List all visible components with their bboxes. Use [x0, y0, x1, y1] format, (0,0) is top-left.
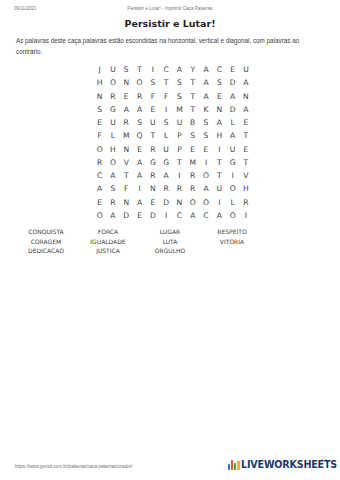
print-header: 09/11/2021 Persistir e Lutar! - Imprimir… — [14, 6, 326, 14]
grid-cell-letter: O — [186, 196, 199, 209]
grid-cell-letter: L — [226, 116, 239, 129]
grid-cell-letter: A — [93, 182, 106, 195]
grid-cell-letter: A — [199, 63, 212, 76]
grid-cell-letter: P — [173, 129, 186, 142]
grid-cell-letter: A — [106, 169, 119, 182]
grid-cell-letter: R — [106, 90, 119, 103]
grid-cell-letter: A — [120, 103, 133, 116]
grid-cell-letter: I — [133, 182, 146, 195]
grid-cell-letter: R — [146, 143, 159, 156]
grid-cell-letter: S — [199, 129, 212, 142]
source-url: https://www.geniol.com.br/palavras/caca-… — [15, 464, 132, 469]
word-bank-item: LUTA — [139, 238, 201, 245]
grid-cell-letter: S — [120, 63, 133, 76]
liveworksheets-logo: LIVEWORKSHEETS — [228, 459, 337, 470]
grid-cell-letter: E — [213, 90, 226, 103]
grid-cell-letter: R — [93, 156, 106, 169]
grid-cell-letter: O — [226, 182, 239, 195]
print-document-title: Persistir e Lutar! - Imprimir Caça Palav… — [14, 6, 326, 11]
word-bank-item: VITORIA — [201, 238, 263, 245]
grid-cell-letter: U — [213, 182, 226, 195]
grid-cell-letter: E — [146, 103, 159, 116]
grid-cell-letter: C — [93, 169, 106, 182]
word-bank: CONQUISTAFORCALUGARRESPEITOCORAGEMIGUALD… — [15, 228, 263, 254]
grid-cell-letter: E — [239, 143, 252, 156]
grid-cell-letter: T — [159, 76, 172, 89]
grid-cell-letter: A — [186, 209, 199, 222]
grid-cell-letter: U — [159, 143, 172, 156]
grid-cell-letter: U — [106, 63, 119, 76]
grid-cell-letter: G — [159, 156, 172, 169]
grid-cell-letter: R — [159, 182, 172, 195]
grid-cell-letter: O — [133, 76, 146, 89]
grid-cell-letter: S — [93, 103, 106, 116]
grid-cell-letter: A — [199, 76, 212, 89]
grid-cell-letter: C — [199, 209, 212, 222]
grid-cell-letter: I — [226, 169, 239, 182]
grid-cell-letter: A — [199, 182, 212, 195]
grid-cell-letter: G — [106, 103, 119, 116]
grid-cell-letter: T — [173, 156, 186, 169]
grid-cell-letter: S — [186, 129, 199, 142]
grid-cell-letter: I — [213, 143, 226, 156]
grid-cell-letter: A — [133, 156, 146, 169]
grid-cell-letter: V — [239, 169, 252, 182]
grid-cell-letter: U — [106, 116, 119, 129]
grid-cell-letter: O — [226, 209, 239, 222]
grid-cell-letter: T — [146, 129, 159, 142]
grid-cell-letter: E — [93, 196, 106, 209]
instructions-line: contrário. — [16, 46, 328, 57]
grid-cell-letter: C — [173, 209, 186, 222]
worksheet-page: 09/11/2021 Persistir e Lutar! - Imprimir… — [0, 0, 340, 480]
word-bank-item: LUGAR — [139, 228, 201, 235]
grid-cell-letter: I — [239, 209, 252, 222]
grid-cell-letter: L — [226, 196, 239, 209]
grid-cell-letter: H — [213, 129, 226, 142]
grid-cell-letter: T — [186, 76, 199, 89]
word-bank-item: JUSTICA — [77, 247, 139, 254]
word-bank-item: IGUALDADE — [77, 238, 139, 245]
grid-cell-letter: N — [173, 196, 186, 209]
grid-cell-letter: E — [146, 196, 159, 209]
grid-cell-letter: N — [120, 143, 133, 156]
word-bank-item: FORCA — [77, 228, 139, 235]
grid-cell-letter: R — [106, 196, 119, 209]
grid-cell-letter: N — [120, 76, 133, 89]
grid-cell-letter: T — [239, 129, 252, 142]
grid-cell-letter: C — [159, 63, 172, 76]
grid-cell-letter: O — [106, 76, 119, 89]
grid-cell-letter: R — [133, 90, 146, 103]
grid-cell-letter: A — [199, 90, 212, 103]
word-bank-item: RESPEITO — [201, 228, 263, 235]
grid-cell-letter: H — [106, 143, 119, 156]
grid-cell-letter: I — [159, 209, 172, 222]
grid-cell-letter: T — [120, 169, 133, 182]
grid-cell-letter: R — [173, 182, 186, 195]
grid-cell-letter: D — [226, 103, 239, 116]
grid-cell-letter: R — [186, 182, 199, 195]
grid-cell-letter: M — [186, 156, 199, 169]
grid-cell-letter: E — [226, 63, 239, 76]
grid-cell-letter: T — [213, 169, 226, 182]
grid-cell-letter: R — [120, 116, 133, 129]
grid-cell-letter: R — [239, 196, 252, 209]
grid-cell-letter: M — [173, 103, 186, 116]
grid-cell-letter: Q — [133, 129, 146, 142]
grid-cell-letter: E — [133, 143, 146, 156]
grid-cell-letter: A — [106, 209, 119, 222]
grid-cell-letter: P — [173, 143, 186, 156]
grid-cell-letter: A — [213, 209, 226, 222]
grid-cell-letter: R — [146, 169, 159, 182]
grid-cell-letter: S — [173, 90, 186, 103]
grid-cell-letter: A — [226, 129, 239, 142]
grid-cell-letter: O — [199, 169, 212, 182]
word-bank-item: CONQUISTA — [15, 228, 77, 235]
grid-cell-letter: U — [173, 116, 186, 129]
grid-cell-letter: L — [106, 129, 119, 142]
grid-cell-letter: T — [186, 103, 199, 116]
bar-chart-icon — [228, 460, 240, 470]
grid-cell-letter: J — [93, 63, 106, 76]
grid-cell-letter: S — [199, 116, 212, 129]
grid-cell-letter: N — [146, 182, 159, 195]
grid-cell-letter: E — [133, 209, 146, 222]
word-bank-item: ORGULHO — [139, 247, 201, 254]
grid-cell-letter: U — [226, 143, 239, 156]
grid-cell-letter: O — [93, 209, 106, 222]
grid-cell-letter: V — [120, 156, 133, 169]
grid-cell-letter: A — [239, 103, 252, 116]
grid-cell-letter: S — [159, 116, 172, 129]
grid-cell-letter: L — [159, 129, 172, 142]
grid-cell-letter: S — [106, 182, 119, 195]
grid-cell-letter: S — [133, 116, 146, 129]
grid-cell-letter: I — [213, 196, 226, 209]
grid-cell-letter: Y — [186, 63, 199, 76]
grid-cell-letter: A — [133, 196, 146, 209]
grid-cell-letter: B — [186, 116, 199, 129]
grid-cell-letter: D — [120, 209, 133, 222]
grid-cell-letter: A — [239, 76, 252, 89]
grid-cell-letter: N — [213, 103, 226, 116]
instructions-line: As palavras deste caça palavras estão es… — [16, 35, 328, 46]
grid-cell-letter: N — [239, 90, 252, 103]
grid-cell-letter: S — [213, 76, 226, 89]
grid-cell-letter: N — [120, 196, 133, 209]
grid-cell-letter: I — [146, 63, 159, 76]
grid-cell-letter: F — [93, 129, 106, 142]
grid-cell-letter: E — [120, 90, 133, 103]
grid-cell-letter: D — [146, 209, 159, 222]
grid-cell-letter: F — [120, 182, 133, 195]
grid-cell-letter: G — [146, 156, 159, 169]
grid-cell-letter: F — [159, 90, 172, 103]
grid-cell-letter: T — [133, 63, 146, 76]
word-bank-item: DEDICACAO — [15, 247, 77, 254]
grid-cell-letter: U — [146, 116, 159, 129]
grid-cell-letter: S — [146, 76, 159, 89]
instructions: As palavras deste caça palavras estão es… — [16, 35, 328, 57]
grid-cell-letter: E — [93, 116, 106, 129]
page-title: Persistir e Lutar! — [0, 18, 340, 29]
grid-cell-letter: N — [93, 90, 106, 103]
grid-cell-letter: I — [199, 156, 212, 169]
grid-cell-letter: E — [186, 143, 199, 156]
grid-cell-letter: D — [226, 76, 239, 89]
grid-cell-letter: H — [93, 76, 106, 89]
grid-cell-letter: M — [120, 129, 133, 142]
grid-cell-letter: A — [213, 116, 226, 129]
grid-cell-letter: T — [239, 156, 252, 169]
grid-cell-letter: E — [239, 116, 252, 129]
grid-cell-letter: G — [226, 156, 239, 169]
grid-cell-letter: T — [213, 156, 226, 169]
brand-name: LIVEWORKSHEETS — [241, 459, 337, 470]
grid-cell-letter: F — [146, 90, 159, 103]
word-search-grid: JUSTICAYACEUHONOSTSTASDANRERFFSTAEANSGAA… — [93, 63, 253, 222]
grid-cell-letter: A — [133, 169, 146, 182]
grid-cell-letter: O — [106, 156, 119, 169]
grid-cell-letter: R — [186, 169, 199, 182]
grid-cell-letter: I — [173, 169, 186, 182]
grid-cell-letter: K — [199, 103, 212, 116]
grid-cell-letter: S — [173, 76, 186, 89]
grid-cell-letter: I — [159, 103, 172, 116]
grid-cell-letter: C — [213, 63, 226, 76]
grid-cell-letter: A — [159, 169, 172, 182]
grid-cell-letter: E — [199, 143, 212, 156]
grid-cell-letter: U — [239, 63, 252, 76]
grid-cell-letter: O — [93, 143, 106, 156]
grid-cell-letter: D — [159, 196, 172, 209]
grid-cell-letter: O — [199, 196, 212, 209]
grid-cell-letter: A — [133, 103, 146, 116]
word-bank-item: CORAGEM — [15, 238, 77, 245]
grid-cell-letter: T — [186, 90, 199, 103]
grid-cell-letter: H — [239, 182, 252, 195]
grid-cell-letter: A — [226, 90, 239, 103]
grid-cell-letter: A — [173, 63, 186, 76]
